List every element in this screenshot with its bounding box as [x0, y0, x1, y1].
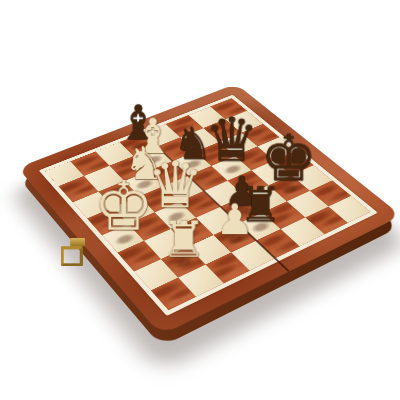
square-d2[interactable]: ♟ [213, 223, 256, 252]
white-pawn-glyph: ♟ [216, 198, 254, 240]
clasp-hook [61, 246, 83, 266]
clasp-plate [70, 238, 85, 247]
product-photo-stage: ♝♝♞♞♛♚♛♟♚♜♟♜ [0, 0, 400, 400]
perspective-scene: ♝♝♞♞♛♚♛♟♚♜♟♜ [0, 0, 400, 400]
chess-case: ♝♝♞♞♛♚♛♟♚♜♟♜ [18, 84, 400, 335]
case-top-frame: ♝♝♞♞♛♚♛♟♚♜♟♜ [18, 84, 400, 335]
white-rook-glyph: ♜ [161, 214, 206, 264]
black-queen-glyph: ♛ [205, 110, 259, 170]
white-king-glyph: ♚ [93, 173, 154, 241]
white-queen-glyph: ♛ [147, 154, 204, 218]
